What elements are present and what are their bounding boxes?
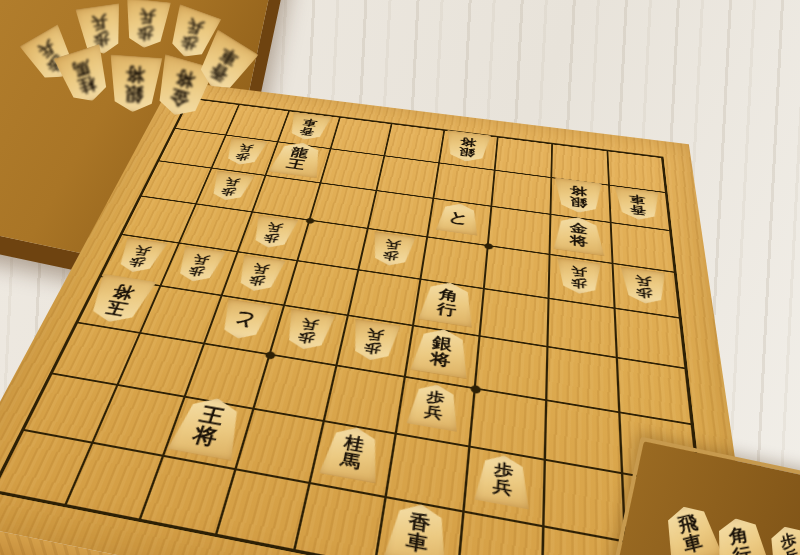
shogi-piece-bishop[interactable]: 角行 — [418, 279, 477, 328]
piece-kanji: 銀将 — [458, 136, 477, 158]
piece-kanji: 歩兵 — [137, 7, 156, 42]
shogi-piece-king-gote[interactable]: 玉将 — [81, 274, 157, 327]
piece-kanji: 歩兵 — [262, 221, 283, 244]
piece-kanji: 金将 — [168, 66, 197, 109]
shogi-piece-tokin-promoted-pawn[interactable]: と — [435, 201, 480, 236]
shogi-piece-silver[interactable]: 銀将 — [443, 130, 492, 164]
piece-kanji: 歩兵 — [234, 143, 254, 162]
piece-kanji: 歩兵 — [248, 262, 271, 287]
shogi-piece-gold[interactable]: 金将 — [553, 214, 605, 256]
piece-kanji: 歩兵 — [382, 238, 401, 262]
shogi-piece-pawn[interactable]: 歩兵 — [280, 309, 335, 353]
piece-kanji: 歩兵 — [423, 390, 445, 423]
shogi-piece-pawn[interactable]: 歩兵 — [206, 171, 255, 203]
shogi-piece-dragon-king-promoted-rook[interactable]: 龍王 — [268, 140, 327, 179]
piece-kanji: 歩兵 — [492, 461, 513, 498]
shogi-piece-tokin-promoted-pawn[interactable]: と — [215, 299, 272, 342]
piece-kanji: 歩兵 — [179, 16, 205, 53]
piece-kanji: 歩兵 — [571, 264, 587, 289]
piece-kanji: 桂馬 — [71, 57, 98, 96]
shogi-piece-pawn[interactable]: 歩兵 — [347, 319, 401, 364]
shogi-piece-lance[interactable]: 香車 — [383, 499, 451, 555]
piece-kanji: と — [447, 210, 469, 227]
shogi-piece-pawn[interactable]: 歩兵 — [232, 255, 286, 294]
shogi-piece-knight[interactable]: 桂馬 — [319, 423, 385, 484]
piece-kanji: と — [230, 310, 258, 331]
piece-kanji: 歩兵 — [297, 316, 320, 344]
shogi-piece-silver[interactable]: 銀将 — [554, 177, 604, 216]
piece-kanji: 歩兵 — [90, 12, 110, 47]
piece-kanji: 歩兵 — [220, 176, 241, 197]
piece-kanji: 龍王 — [285, 146, 310, 171]
piece-kanji: 歩兵 — [187, 253, 211, 278]
shogi-piece-pawn[interactable]: 歩兵 — [171, 246, 226, 285]
shogi-piece-lance[interactable]: 香車 — [614, 186, 662, 223]
piece-kanji: 金将 — [570, 221, 588, 248]
piece-kanji: 香車 — [405, 512, 431, 555]
piece-kanji: 銀将 — [570, 184, 588, 209]
shogi-photo-scene: 香車銀将歩兵龍王銀将香車歩兵と金将歩兵歩兵歩兵歩兵歩兵歩兵歩兵角行玉将と歩兵歩兵… — [0, 0, 800, 555]
shogi-piece-lance[interactable]: 香車 — [284, 112, 332, 142]
piece-kanji: 歩兵 — [363, 327, 385, 356]
shogi-piece-pawn[interactable]: 歩兵 — [221, 137, 268, 167]
piece-kanji: 銀将 — [124, 64, 146, 105]
shogi-piece-silver[interactable]: 銀将 — [410, 325, 472, 379]
shogi-piece-pawn[interactable]: 歩兵 — [406, 381, 462, 432]
shogi-piece-pawn[interactable]: 歩兵 — [112, 237, 168, 275]
piece-kanji: 歩兵 — [128, 244, 153, 268]
piece-kanji: 飛車 — [677, 513, 705, 555]
piece-kanji: 歩兵 — [635, 274, 653, 300]
piece-kanji: 歩兵 — [779, 532, 800, 555]
piece-kanji: 香車 — [299, 117, 318, 136]
piece-kanji: 銀将 — [429, 334, 453, 369]
piece-kanji: 香車 — [629, 193, 646, 216]
piece-kanji: 角行 — [436, 287, 459, 319]
piece-kanji: 角行 — [728, 525, 754, 555]
shogi-piece-king-sente[interactable]: 王将 — [167, 393, 249, 461]
piece-kanji: 香車 — [208, 45, 241, 84]
